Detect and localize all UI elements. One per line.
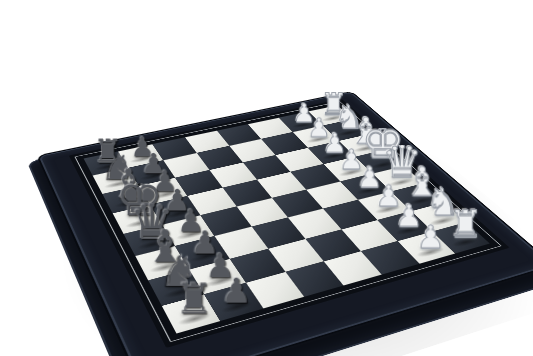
chess-set-photo: ♜♟♟♜♞♟♟♞♝♟♟♝♚♟♟♚♛♟♟♛♝♟♟♝♞♟♟♞♜♟♟♜ xyxy=(0,0,533,356)
piece-black-pawn[interactable]: ♟ xyxy=(214,261,259,306)
pawn-glyph: ♟ xyxy=(416,223,444,252)
pawn-glyph: ♟ xyxy=(221,275,252,307)
chess-board: ♜♟♟♜♞♟♟♞♝♟♟♝♚♟♟♚♛♟♟♛♝♟♟♝♞♟♟♞♜♟♟♜ xyxy=(69,99,510,348)
square-a8[interactable]: ♜ xyxy=(162,294,221,333)
piece-white-pawn[interactable]: ♟ xyxy=(409,210,451,252)
rook-glyph: ♜ xyxy=(448,207,482,242)
rook-glyph: ♜ xyxy=(175,280,213,319)
piece-black-rook[interactable]: ♜ xyxy=(171,273,217,319)
square-d4[interactable] xyxy=(272,190,323,218)
